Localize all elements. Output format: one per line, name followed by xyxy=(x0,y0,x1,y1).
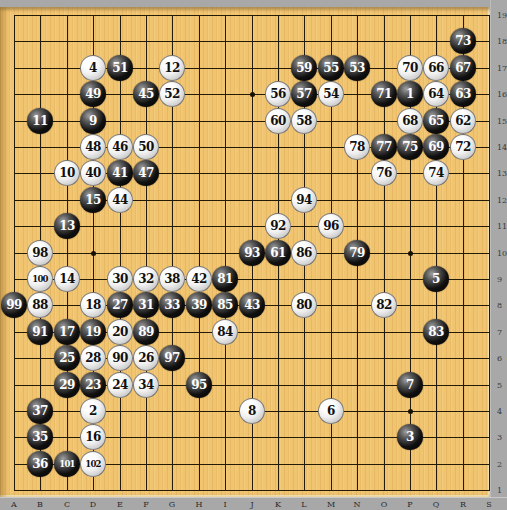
move-number: 13 xyxy=(59,220,75,232)
white-stone: 100 xyxy=(27,266,53,292)
move-number: 66 xyxy=(428,62,444,74)
move-number: 1 xyxy=(406,88,414,100)
move-number: 80 xyxy=(296,299,312,311)
move-number: 69 xyxy=(428,141,444,153)
white-stone: 24 xyxy=(107,372,133,398)
row-label: 3 xyxy=(497,433,507,442)
move-number: 70 xyxy=(402,62,418,74)
white-stone: 40 xyxy=(80,160,106,186)
row-label: 11 xyxy=(497,222,507,231)
right-coordinate-strip: 19181716151413121110987654321 xyxy=(490,0,507,510)
black-stone: 83 xyxy=(423,319,449,345)
black-stone: 29 xyxy=(54,372,80,398)
move-number: 102 xyxy=(85,460,100,469)
move-number: 37 xyxy=(32,405,48,417)
white-stone: 8 xyxy=(239,398,265,424)
black-stone: 51 xyxy=(107,55,133,81)
black-stone: 91 xyxy=(27,319,53,345)
white-stone: 60 xyxy=(265,108,291,134)
move-number: 86 xyxy=(296,247,312,259)
black-stone: 1 xyxy=(397,81,423,107)
move-number: 101 xyxy=(59,460,74,469)
move-number: 32 xyxy=(138,273,154,285)
move-number: 34 xyxy=(138,379,154,391)
black-stone: 97 xyxy=(159,345,185,371)
white-stone: 12 xyxy=(159,55,185,81)
move-number: 2 xyxy=(89,405,97,417)
move-number: 16 xyxy=(85,431,101,443)
move-number: 40 xyxy=(85,167,101,179)
white-stone: 30 xyxy=(107,266,133,292)
move-number: 36 xyxy=(32,458,48,470)
move-number: 33 xyxy=(164,299,180,311)
black-stone: 89 xyxy=(133,319,159,345)
black-stone: 81 xyxy=(212,266,238,292)
column-label: S xyxy=(482,500,496,509)
move-number: 79 xyxy=(349,247,365,259)
move-number: 26 xyxy=(138,352,154,364)
move-number: 39 xyxy=(191,299,207,311)
black-stone: 49 xyxy=(80,81,106,107)
row-label: 12 xyxy=(497,196,507,205)
white-stone: 80 xyxy=(291,292,317,318)
star-point xyxy=(250,92,255,97)
move-number: 99 xyxy=(6,299,22,311)
move-number: 38 xyxy=(164,273,180,285)
move-number: 12 xyxy=(164,62,180,74)
move-number: 44 xyxy=(112,194,128,206)
column-label: C xyxy=(60,500,74,509)
move-number: 91 xyxy=(32,326,48,338)
move-number: 92 xyxy=(270,220,286,232)
white-stone: 76 xyxy=(371,160,397,186)
black-stone: 95 xyxy=(186,372,212,398)
column-label: F xyxy=(139,500,153,509)
move-number: 85 xyxy=(217,299,233,311)
move-number: 81 xyxy=(217,273,233,285)
row-label: 13 xyxy=(497,169,507,178)
black-stone: 47 xyxy=(133,160,159,186)
white-stone: 32 xyxy=(133,266,159,292)
column-label: Q xyxy=(429,500,443,509)
white-stone: 90 xyxy=(107,345,133,371)
column-label: O xyxy=(377,500,391,509)
move-number: 60 xyxy=(270,115,286,127)
move-number: 63 xyxy=(455,88,471,100)
white-stone: 102 xyxy=(80,451,106,477)
move-number: 75 xyxy=(402,141,418,153)
black-stone: 37 xyxy=(27,398,53,424)
white-stone: 52 xyxy=(159,81,185,107)
white-stone: 38 xyxy=(159,266,185,292)
black-stone: 36 xyxy=(27,451,53,477)
black-stone: 5 xyxy=(423,266,449,292)
move-number: 30 xyxy=(112,273,128,285)
white-stone: 10 xyxy=(54,160,80,186)
white-stone: 50 xyxy=(133,134,159,160)
move-number: 100 xyxy=(32,275,47,284)
move-number: 88 xyxy=(32,299,48,311)
white-stone: 42 xyxy=(186,266,212,292)
move-number: 96 xyxy=(323,220,339,232)
column-label: K xyxy=(271,500,285,509)
row-label: 7 xyxy=(497,328,507,337)
row-label: 9 xyxy=(497,275,507,284)
move-number: 72 xyxy=(455,141,471,153)
move-number: 29 xyxy=(59,379,75,391)
move-number: 95 xyxy=(191,379,207,391)
white-stone: 20 xyxy=(107,319,133,345)
move-number: 20 xyxy=(112,326,128,338)
move-number: 51 xyxy=(112,62,128,74)
black-stone: 3 xyxy=(397,424,423,450)
row-label: 15 xyxy=(497,117,507,126)
column-label: N xyxy=(350,500,364,509)
white-stone: 72 xyxy=(450,134,476,160)
move-number: 50 xyxy=(138,141,154,153)
black-stone: 17 xyxy=(54,319,80,345)
column-label: I xyxy=(218,500,232,509)
row-label: 19 xyxy=(497,11,507,20)
white-stone: 86 xyxy=(291,240,317,266)
star-point xyxy=(408,409,413,414)
black-stone: 19 xyxy=(80,319,106,345)
column-label: M xyxy=(324,500,338,509)
white-stone: 28 xyxy=(80,345,106,371)
move-number: 28 xyxy=(85,352,101,364)
white-stone: 88 xyxy=(27,292,53,318)
white-stone: 18 xyxy=(80,292,106,318)
move-number: 19 xyxy=(85,326,101,338)
white-stone: 26 xyxy=(133,345,159,371)
move-number: 52 xyxy=(164,88,180,100)
black-stone: 35 xyxy=(27,424,53,450)
move-number: 42 xyxy=(191,273,207,285)
move-number: 64 xyxy=(428,88,444,100)
black-stone: 69 xyxy=(423,134,449,160)
white-stone: 66 xyxy=(423,55,449,81)
black-stone: 65 xyxy=(423,108,449,134)
black-stone: 25 xyxy=(54,345,80,371)
row-label: 4 xyxy=(497,407,507,416)
row-label: 6 xyxy=(497,354,507,363)
black-stone: 33 xyxy=(159,292,185,318)
row-label: 1 xyxy=(497,486,507,495)
move-number: 49 xyxy=(85,88,101,100)
move-number: 78 xyxy=(349,141,365,153)
black-stone: 55 xyxy=(318,55,344,81)
row-label: 5 xyxy=(497,381,507,390)
row-label: 14 xyxy=(497,143,507,152)
column-label: D xyxy=(86,500,100,509)
move-number: 18 xyxy=(85,299,101,311)
white-stone: 14 xyxy=(54,266,80,292)
black-stone: 23 xyxy=(80,372,106,398)
move-number: 15 xyxy=(85,194,101,206)
column-label: A xyxy=(7,500,21,509)
move-number: 65 xyxy=(428,115,444,127)
move-number: 83 xyxy=(428,326,444,338)
white-stone: 94 xyxy=(291,187,317,213)
move-number: 46 xyxy=(112,141,128,153)
black-stone: 57 xyxy=(291,81,317,107)
black-stone: 53 xyxy=(344,55,370,81)
row-label: 10 xyxy=(497,249,507,258)
white-stone: 2 xyxy=(80,398,106,424)
move-number: 98 xyxy=(32,247,48,259)
row-label: 18 xyxy=(497,37,507,46)
column-label: J xyxy=(245,500,259,509)
black-stone: 85 xyxy=(212,292,238,318)
column-label: H xyxy=(192,500,206,509)
white-stone: 82 xyxy=(371,292,397,318)
move-number: 61 xyxy=(270,247,286,259)
white-stone: 4 xyxy=(80,55,106,81)
black-stone: 61 xyxy=(265,240,291,266)
column-label: E xyxy=(113,500,127,509)
move-number: 97 xyxy=(164,352,180,364)
black-stone: 9 xyxy=(80,108,106,134)
black-stone: 77 xyxy=(371,134,397,160)
white-stone: 70 xyxy=(397,55,423,81)
move-number: 25 xyxy=(59,352,75,364)
move-number: 89 xyxy=(138,326,154,338)
move-number: 94 xyxy=(296,194,312,206)
move-number: 90 xyxy=(112,352,128,364)
black-stone: 101 xyxy=(54,451,80,477)
row-label: 8 xyxy=(497,301,507,310)
black-stone: 15 xyxy=(80,187,106,213)
move-number: 84 xyxy=(217,326,233,338)
black-stone: 75 xyxy=(397,134,423,160)
move-number: 56 xyxy=(270,88,286,100)
white-stone: 98 xyxy=(27,240,53,266)
move-number: 76 xyxy=(376,167,392,179)
white-stone: 64 xyxy=(423,81,449,107)
grid-line-horizontal xyxy=(14,279,490,280)
white-stone: 56 xyxy=(265,81,291,107)
column-label: P xyxy=(403,500,417,509)
white-stone: 46 xyxy=(107,134,133,160)
white-stone: 84 xyxy=(212,319,238,345)
move-number: 73 xyxy=(455,35,471,47)
black-stone: 59 xyxy=(291,55,317,81)
column-label: L xyxy=(297,500,311,509)
move-number: 14 xyxy=(59,273,75,285)
go-diagram: 19181716151413121110987654321 1234567891… xyxy=(0,0,507,510)
black-stone: 41 xyxy=(107,160,133,186)
black-stone: 11 xyxy=(27,108,53,134)
row-label: 17 xyxy=(497,64,507,73)
move-number: 67 xyxy=(455,62,471,74)
move-number: 11 xyxy=(32,115,48,127)
move-number: 45 xyxy=(138,88,154,100)
black-stone: 73 xyxy=(450,28,476,54)
white-stone: 78 xyxy=(344,134,370,160)
row-label: 2 xyxy=(497,460,507,469)
move-number: 93 xyxy=(244,247,260,259)
star-point xyxy=(408,251,413,256)
column-label: B xyxy=(33,500,47,509)
move-number: 3 xyxy=(406,431,414,443)
black-stone: 43 xyxy=(239,292,265,318)
black-stone: 45 xyxy=(133,81,159,107)
white-stone: 44 xyxy=(107,187,133,213)
move-number: 74 xyxy=(428,167,444,179)
black-stone: 93 xyxy=(239,240,265,266)
move-number: 35 xyxy=(32,431,48,443)
move-number: 82 xyxy=(376,299,392,311)
move-number: 68 xyxy=(402,115,418,127)
move-number: 62 xyxy=(455,115,471,127)
white-stone: 68 xyxy=(397,108,423,134)
move-number: 47 xyxy=(138,167,154,179)
black-stone: 71 xyxy=(371,81,397,107)
white-stone: 16 xyxy=(80,424,106,450)
black-stone: 39 xyxy=(186,292,212,318)
move-number: 58 xyxy=(296,115,312,127)
white-stone: 34 xyxy=(133,372,159,398)
black-stone: 27 xyxy=(107,292,133,318)
move-number: 10 xyxy=(59,167,75,179)
move-number: 27 xyxy=(112,299,128,311)
white-stone: 6 xyxy=(318,398,344,424)
white-stone: 58 xyxy=(291,108,317,134)
move-number: 53 xyxy=(349,62,365,74)
move-number: 41 xyxy=(112,167,128,179)
black-stone: 99 xyxy=(1,292,27,318)
move-number: 43 xyxy=(244,299,260,311)
grid-line-horizontal xyxy=(14,490,490,491)
move-number: 77 xyxy=(376,141,392,153)
move-number: 8 xyxy=(248,405,256,417)
black-stone: 79 xyxy=(344,240,370,266)
move-number: 48 xyxy=(85,141,101,153)
white-stone: 92 xyxy=(265,213,291,239)
move-number: 4 xyxy=(89,62,97,74)
column-label: G xyxy=(165,500,179,509)
move-number: 6 xyxy=(327,405,335,417)
white-stone: 74 xyxy=(423,160,449,186)
white-stone: 62 xyxy=(450,108,476,134)
move-number: 31 xyxy=(138,299,154,311)
move-number: 55 xyxy=(323,62,339,74)
move-number: 54 xyxy=(323,88,339,100)
star-point xyxy=(91,251,96,256)
white-stone: 54 xyxy=(318,81,344,107)
move-number: 57 xyxy=(296,88,312,100)
column-label: R xyxy=(456,500,470,509)
black-stone: 67 xyxy=(450,55,476,81)
move-number: 17 xyxy=(59,326,75,338)
move-number: 7 xyxy=(406,379,414,391)
move-number: 23 xyxy=(85,379,101,391)
move-number: 71 xyxy=(376,88,392,100)
black-stone: 13 xyxy=(54,213,80,239)
black-stone: 31 xyxy=(133,292,159,318)
move-number: 59 xyxy=(296,62,312,74)
move-number: 5 xyxy=(432,273,440,285)
black-stone: 7 xyxy=(397,372,423,398)
row-label: 16 xyxy=(497,90,507,99)
move-number: 9 xyxy=(89,115,97,127)
move-number: 24 xyxy=(112,379,128,391)
black-stone: 63 xyxy=(450,81,476,107)
white-stone: 96 xyxy=(318,213,344,239)
white-stone: 48 xyxy=(80,134,106,160)
